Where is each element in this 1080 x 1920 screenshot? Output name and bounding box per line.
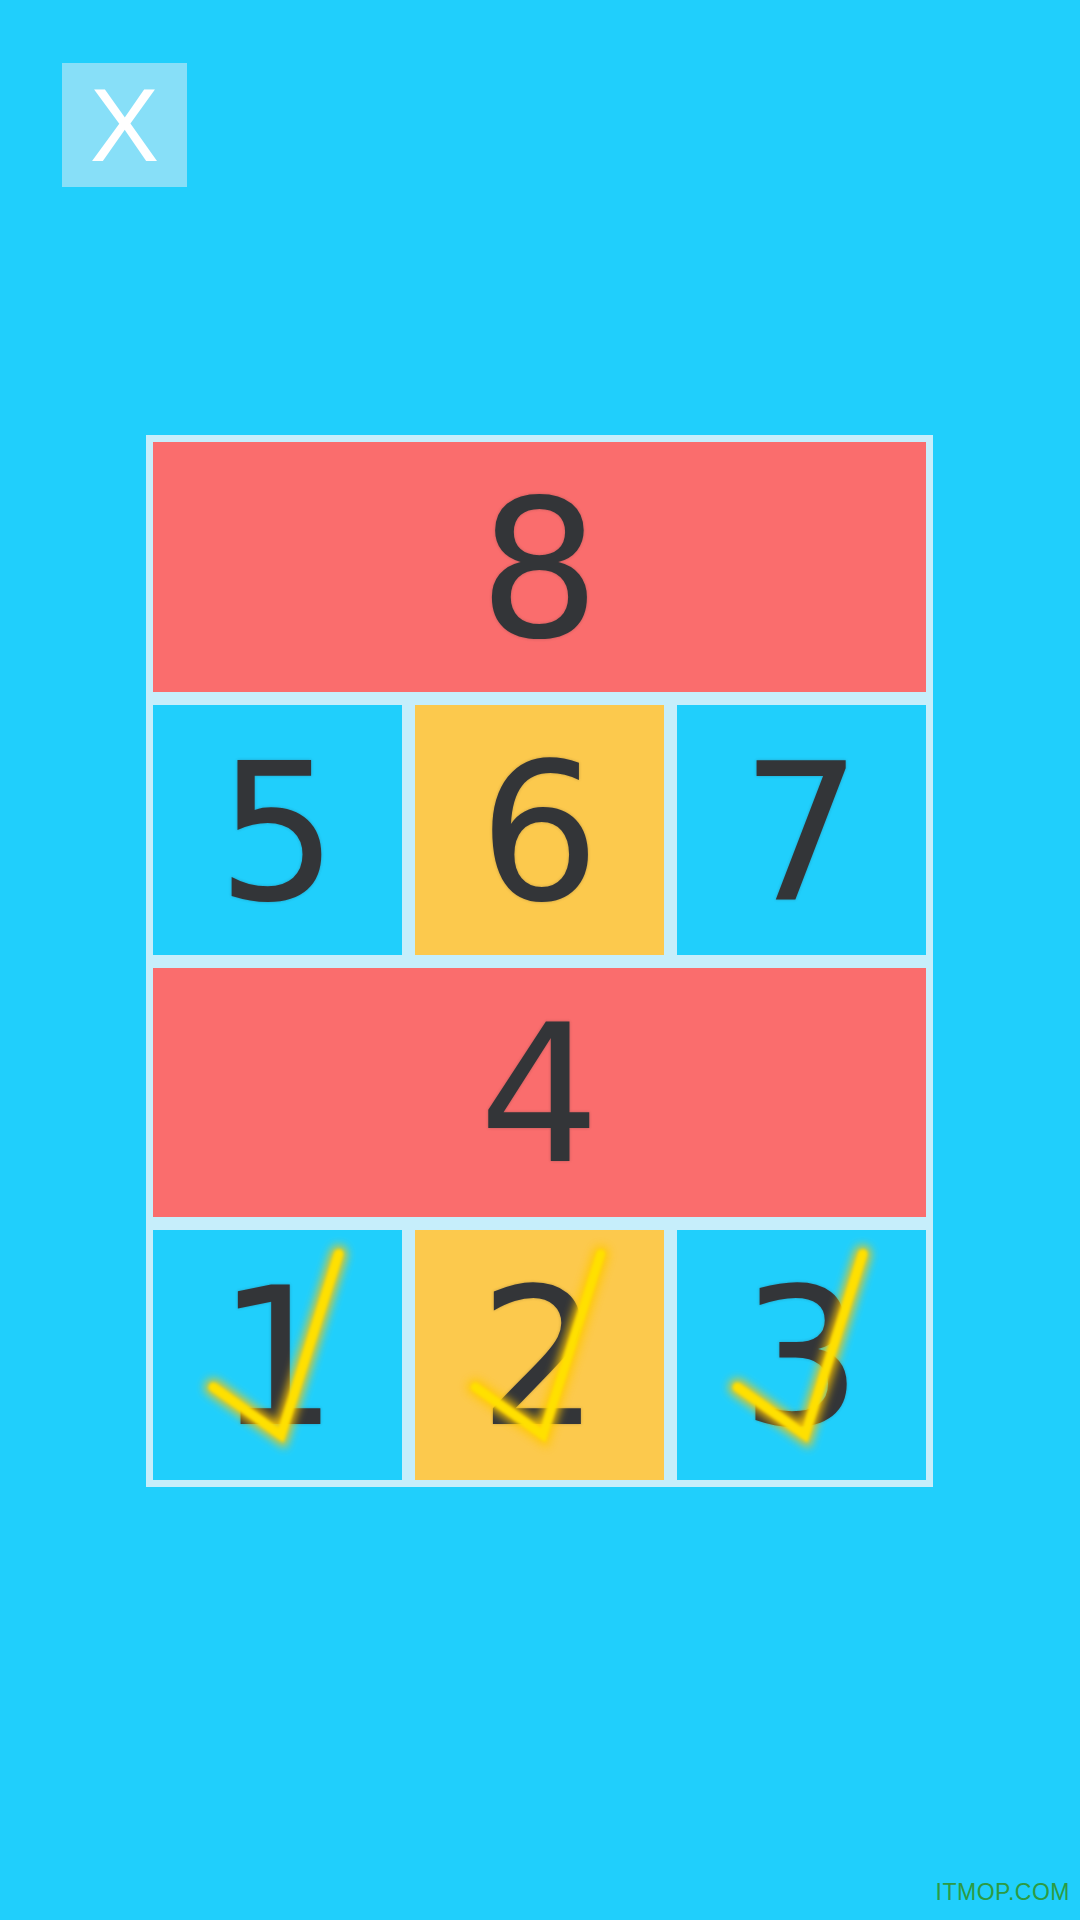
tile-3[interactable]: 3 [677,1230,926,1480]
game-board: 8 5 6 7 4 1 2 3 [146,435,933,1487]
watermark: ITMOP.COM [936,1879,1070,1906]
tile-2[interactable]: 2 [415,1230,664,1480]
tile-3-label: 3 [741,1264,862,1454]
close-button-label: X [90,73,159,177]
tile-4[interactable]: 4 [153,968,926,1218]
tile-8-label: 8 [479,476,600,666]
tile-6[interactable]: 6 [415,705,664,955]
tile-7-label: 7 [741,739,862,929]
tile-2-label: 2 [479,1264,600,1454]
tile-1[interactable]: 1 [153,1230,402,1480]
tile-5-label: 5 [217,739,338,929]
close-button[interactable]: X [62,63,187,187]
tile-1-label: 1 [217,1264,338,1454]
tile-5[interactable]: 5 [153,705,402,955]
tile-8[interactable]: 8 [153,442,926,692]
tile-6-label: 6 [479,739,600,929]
tile-7[interactable]: 7 [677,705,926,955]
tile-4-label: 4 [479,1001,600,1191]
